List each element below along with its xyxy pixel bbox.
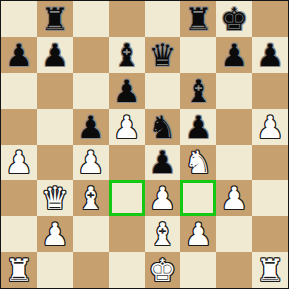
white-bishop[interactable]: ♝ [77, 180, 105, 216]
square-a1[interactable]: ♜ [1, 252, 37, 288]
square-a8[interactable] [1, 1, 37, 37]
white-rook[interactable]: ♜ [256, 252, 284, 288]
square-f1[interactable] [180, 252, 216, 288]
square-a5[interactable] [1, 109, 37, 145]
square-e2[interactable]: ♝ [145, 216, 181, 252]
square-e1[interactable]: ♚ [145, 252, 181, 288]
square-b6[interactable] [37, 73, 73, 109]
square-d4[interactable] [109, 145, 145, 181]
white-king[interactable]: ♚ [149, 252, 177, 288]
white-rook[interactable]: ♜ [5, 252, 33, 288]
square-c6[interactable] [73, 73, 109, 109]
square-a4[interactable]: ♟ [1, 145, 37, 181]
black-rook[interactable]: ♜ [184, 1, 212, 37]
square-h5[interactable]: ♟ [252, 109, 288, 145]
square-h4[interactable] [252, 145, 288, 181]
square-g1[interactable] [216, 252, 252, 288]
chess-board-grid: ♜♜♚♟♟♝♛♟♟♟♝♟♟♞♟♟♟♟♟♞♛♝♟♟♟♝♟♜♚♜ [1, 1, 288, 288]
square-c8[interactable] [73, 1, 109, 37]
square-g3[interactable]: ♟ [216, 180, 252, 216]
square-c4[interactable]: ♟ [73, 145, 109, 181]
white-pawn[interactable]: ♟ [5, 145, 33, 181]
white-pawn[interactable]: ♟ [256, 109, 284, 145]
square-e7[interactable]: ♛ [145, 37, 181, 73]
square-f8[interactable]: ♜ [180, 1, 216, 37]
square-c5[interactable]: ♟ [73, 109, 109, 145]
square-c7[interactable] [73, 37, 109, 73]
square-b7[interactable]: ♟ [37, 37, 73, 73]
square-h1[interactable]: ♜ [252, 252, 288, 288]
square-g7[interactable]: ♟ [216, 37, 252, 73]
square-c1[interactable] [73, 252, 109, 288]
square-c2[interactable] [73, 216, 109, 252]
square-b1[interactable] [37, 252, 73, 288]
white-pawn[interactable]: ♟ [77, 145, 105, 181]
black-queen[interactable]: ♛ [149, 37, 177, 73]
square-h2[interactable] [252, 216, 288, 252]
square-a3[interactable] [1, 180, 37, 216]
white-pawn[interactable]: ♟ [149, 180, 177, 216]
square-e6[interactable] [145, 73, 181, 109]
square-f4[interactable]: ♞ [180, 145, 216, 181]
square-g5[interactable] [216, 109, 252, 145]
square-b2[interactable]: ♟ [37, 216, 73, 252]
square-e4[interactable]: ♟ [145, 145, 181, 181]
white-pawn[interactable]: ♟ [113, 109, 141, 145]
black-pawn[interactable]: ♟ [184, 109, 212, 145]
square-g6[interactable] [216, 73, 252, 109]
highlighted-square-d3[interactable] [109, 180, 145, 216]
square-d7[interactable]: ♝ [109, 37, 145, 73]
square-a7[interactable]: ♟ [1, 37, 37, 73]
black-rook[interactable]: ♜ [41, 1, 69, 37]
black-bishop[interactable]: ♝ [184, 73, 212, 109]
square-b8[interactable]: ♜ [37, 1, 73, 37]
square-a6[interactable] [1, 73, 37, 109]
square-e3[interactable]: ♟ [145, 180, 181, 216]
square-f5[interactable]: ♟ [180, 109, 216, 145]
square-g8[interactable]: ♚ [216, 1, 252, 37]
square-d1[interactable] [109, 252, 145, 288]
black-pawn[interactable]: ♟ [220, 37, 248, 73]
black-pawn[interactable]: ♟ [149, 145, 177, 181]
square-e8[interactable] [145, 1, 181, 37]
square-b3[interactable]: ♛ [37, 180, 73, 216]
black-bishop[interactable]: ♝ [113, 37, 141, 73]
square-d6[interactable]: ♟ [109, 73, 145, 109]
square-g4[interactable] [216, 145, 252, 181]
square-d8[interactable] [109, 1, 145, 37]
square-b4[interactable] [37, 145, 73, 181]
white-knight[interactable]: ♞ [184, 145, 212, 181]
square-c3[interactable]: ♝ [73, 180, 109, 216]
white-pawn[interactable]: ♟ [220, 180, 248, 216]
black-pawn[interactable]: ♟ [41, 37, 69, 73]
highlighted-square-f3[interactable] [180, 180, 216, 216]
square-g2[interactable] [216, 216, 252, 252]
square-d2[interactable] [109, 216, 145, 252]
square-b5[interactable] [37, 109, 73, 145]
square-f6[interactable]: ♝ [180, 73, 216, 109]
black-king[interactable]: ♚ [220, 1, 248, 37]
black-pawn[interactable]: ♟ [77, 109, 105, 145]
square-h3[interactable] [252, 180, 288, 216]
black-pawn[interactable]: ♟ [5, 37, 33, 73]
black-pawn[interactable]: ♟ [113, 73, 141, 109]
black-pawn[interactable]: ♟ [256, 37, 284, 73]
square-a2[interactable] [1, 216, 37, 252]
chess-board: ♜♜♚♟♟♝♛♟♟♟♝♟♟♞♟♟♟♟♟♞♛♝♟♟♟♝♟♜♚♜ [0, 0, 289, 289]
square-h7[interactable]: ♟ [252, 37, 288, 73]
white-pawn[interactable]: ♟ [41, 216, 69, 252]
black-knight[interactable]: ♞ [149, 109, 177, 145]
square-h8[interactable] [252, 1, 288, 37]
white-pawn[interactable]: ♟ [184, 216, 212, 252]
square-f7[interactable] [180, 37, 216, 73]
white-bishop[interactable]: ♝ [149, 216, 177, 252]
square-f2[interactable]: ♟ [180, 216, 216, 252]
white-queen[interactable]: ♛ [41, 180, 69, 216]
square-d5[interactable]: ♟ [109, 109, 145, 145]
square-e5[interactable]: ♞ [145, 109, 181, 145]
square-h6[interactable] [252, 73, 288, 109]
